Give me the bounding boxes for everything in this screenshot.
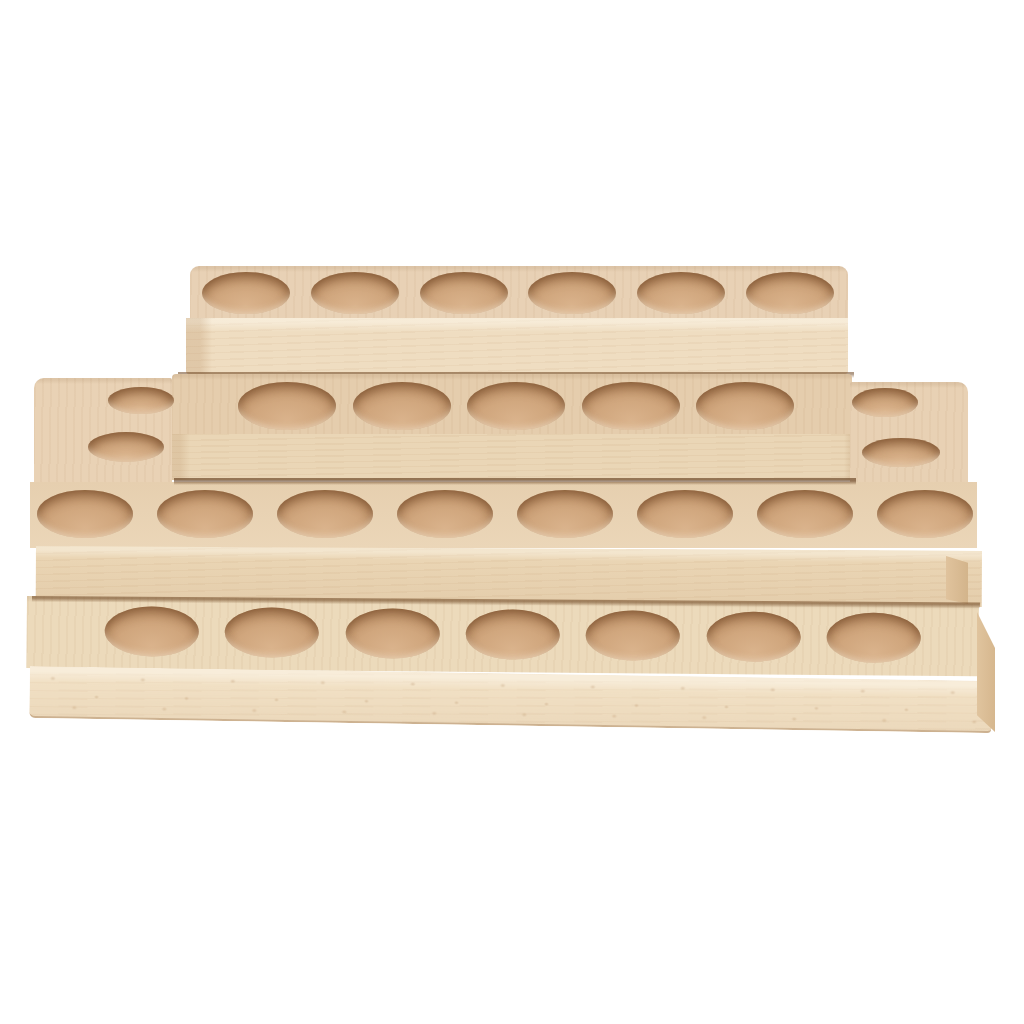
- empty-hole: [877, 490, 973, 538]
- empty-hole: [466, 609, 560, 660]
- empty-hole: [757, 490, 853, 538]
- tier-1-front-face: [186, 318, 848, 374]
- empty-hole: [397, 490, 493, 538]
- tier-2-3-seam-shadow: [174, 478, 856, 485]
- empty-hole: [528, 272, 616, 314]
- empty-hole: [353, 382, 451, 430]
- tier-1-hole-row: [202, 272, 834, 314]
- tier-3-right-end-hole-back: [852, 388, 918, 417]
- empty-hole: [345, 608, 439, 659]
- tier-3-left-end-hole-back: [108, 387, 174, 414]
- tier-3-hole-row: [37, 490, 973, 538]
- empty-hole: [746, 272, 834, 314]
- tier-3-right-end-grain: [946, 556, 968, 604]
- empty-hole: [37, 490, 133, 538]
- empty-hole: [637, 490, 733, 538]
- empty-hole: [202, 272, 290, 314]
- empty-hole: [157, 490, 253, 538]
- empty-hole: [420, 272, 508, 314]
- empty-hole: [582, 382, 680, 430]
- product-photo-wooden-tiered-rack: [0, 0, 1024, 1024]
- empty-hole: [467, 382, 565, 430]
- tier-4-right-end-grain: [977, 612, 995, 732]
- tier-3-left-end-hole-front: [88, 432, 164, 462]
- tier-4-front-face: [29, 666, 992, 733]
- empty-hole: [586, 610, 680, 661]
- empty-hole: [277, 490, 373, 538]
- empty-hole: [696, 382, 794, 430]
- empty-hole: [311, 272, 399, 314]
- tier-2-hole-row: [238, 382, 794, 430]
- tier-2-front-face: [172, 434, 854, 480]
- tier-3-right-end-hole-front: [862, 438, 940, 467]
- empty-hole: [827, 612, 921, 663]
- empty-hole: [238, 382, 336, 430]
- empty-hole: [517, 490, 613, 538]
- empty-hole: [105, 606, 199, 657]
- empty-hole: [637, 272, 725, 314]
- empty-hole: [225, 607, 319, 658]
- empty-hole: [706, 611, 800, 662]
- tier-4-hole-row: [105, 606, 921, 663]
